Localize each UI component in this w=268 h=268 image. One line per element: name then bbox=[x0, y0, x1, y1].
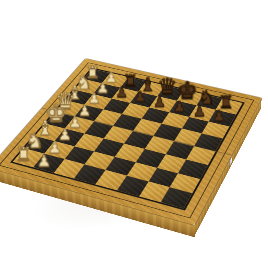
white-rook: ♜ bbox=[83, 64, 103, 81]
latch-clasp-icon bbox=[229, 155, 232, 167]
white-queen: ♛ bbox=[55, 90, 76, 113]
product-photo-stage: ♜♟♜♝♛♚♞♜♞♟♟♟♟♟♟♟♝♟♛♟♚♟♝♟♞♟♜♟ bbox=[0, 0, 268, 268]
white-knight: ♞ bbox=[23, 130, 45, 151]
square-5-2 bbox=[74, 133, 104, 151]
white-bishop: ♝ bbox=[65, 83, 86, 102]
chess-board: ♜♟♜♝♛♚♞♜♞♟♟♟♟♟♟♟♝♟♛♟♚♟♝♟♞♟♜♟ bbox=[0, 59, 262, 225]
scene-3d: ♜♟♜♝♛♚♞♜♞♟♟♟♟♟♟♟♝♟♛♟♚♟♝♟♞♟♜♟ bbox=[0, 0, 268, 268]
black-bishop: ♝ bbox=[138, 75, 158, 94]
white-bishop: ♝ bbox=[34, 117, 56, 137]
